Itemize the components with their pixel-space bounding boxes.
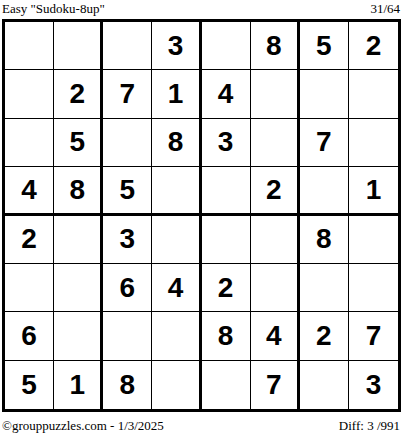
puzzle-page: Easy "Sudoku-8up" 31/64 3852271458374852… <box>0 0 403 437</box>
cell-r4c1-given-4: 4 <box>5 167 54 215</box>
cell-r3c1-empty <box>5 119 54 167</box>
cell-r5c4-empty <box>152 216 201 264</box>
cell-r7c8-given-7: 7 <box>349 312 398 360</box>
cell-r4c6-given-2: 2 <box>251 167 300 215</box>
cell-r3c2-given-5: 5 <box>54 119 103 167</box>
cell-r7c6-given-4: 4 <box>251 312 300 360</box>
cell-r4c7-empty <box>300 167 349 215</box>
cell-r3c4-given-8: 8 <box>152 119 201 167</box>
cell-r7c4-empty <box>152 312 201 360</box>
cell-r4c5-empty <box>202 167 251 215</box>
cell-r8c3-given-8: 8 <box>103 361 152 409</box>
cell-r2c1-empty <box>5 70 54 118</box>
cell-r8c8-given-3: 3 <box>349 361 398 409</box>
difficulty-text: Diff: 3 /991 <box>339 418 400 434</box>
cell-r7c5-given-8: 8 <box>202 312 251 360</box>
cell-r6c4-given-4: 4 <box>152 264 201 312</box>
cell-r3c8-empty <box>349 119 398 167</box>
cell-r3c3-empty <box>103 119 152 167</box>
cell-r6c5-given-2: 2 <box>202 264 251 312</box>
cell-r8c5-empty <box>202 361 251 409</box>
cell-r5c1-given-2: 2 <box>5 216 54 264</box>
cell-r2c2-given-2: 2 <box>54 70 103 118</box>
cell-r6c3-given-6: 6 <box>103 264 152 312</box>
cell-r8c6-given-7: 7 <box>251 361 300 409</box>
cell-r1c6-given-8: 8 <box>251 22 300 70</box>
cell-r7c7-given-2: 2 <box>300 312 349 360</box>
cell-r1c4-given-3: 3 <box>152 22 201 70</box>
puzzle-title: Easy "Sudoku-8up" <box>2 1 105 17</box>
cell-r3c6-empty <box>251 119 300 167</box>
cell-r1c8-given-2: 2 <box>349 22 398 70</box>
cell-r3c5-given-3: 3 <box>202 119 251 167</box>
cell-r6c2-empty <box>54 264 103 312</box>
cell-r1c1-empty <box>5 22 54 70</box>
sudoku-board: 385227145837485212386426842751873 <box>2 19 401 412</box>
cell-r6c7-empty <box>300 264 349 312</box>
cell-r8c7-empty <box>300 361 349 409</box>
page-header: Easy "Sudoku-8up" 31/64 <box>2 1 400 17</box>
cell-r5c5-empty <box>202 216 251 264</box>
cell-r1c7-given-5: 5 <box>300 22 349 70</box>
cell-r6c6-empty <box>251 264 300 312</box>
cell-r4c4-empty <box>152 167 201 215</box>
page-number: 31/64 <box>370 1 400 17</box>
cell-r1c2-empty <box>54 22 103 70</box>
cell-r5c7-given-8: 8 <box>300 216 349 264</box>
cell-r2c4-given-1: 1 <box>152 70 201 118</box>
cell-r7c3-empty <box>103 312 152 360</box>
cell-r8c4-empty <box>152 361 201 409</box>
cell-r5c6-empty <box>251 216 300 264</box>
cell-r6c8-empty <box>349 264 398 312</box>
cell-r2c3-given-7: 7 <box>103 70 152 118</box>
cell-r7c2-empty <box>54 312 103 360</box>
cell-r5c8-empty <box>349 216 398 264</box>
cell-r2c6-empty <box>251 70 300 118</box>
cell-r3c7-given-7: 7 <box>300 119 349 167</box>
cell-r1c3-empty <box>103 22 152 70</box>
cell-r8c1-given-5: 5 <box>5 361 54 409</box>
cell-r5c3-given-3: 3 <box>103 216 152 264</box>
cell-r4c8-given-1: 1 <box>349 167 398 215</box>
cell-r8c2-given-1: 1 <box>54 361 103 409</box>
cell-r4c2-given-8: 8 <box>54 167 103 215</box>
cell-r1c5-empty <box>202 22 251 70</box>
cell-r2c5-given-4: 4 <box>202 70 251 118</box>
cell-r6c1-empty <box>5 264 54 312</box>
cell-r2c8-empty <box>349 70 398 118</box>
cell-r2c7-empty <box>300 70 349 118</box>
copyright-text: ©grouppuzzles.com - 1/3/2025 <box>2 418 164 434</box>
cell-r5c2-empty <box>54 216 103 264</box>
cell-r4c3-given-5: 5 <box>103 167 152 215</box>
page-footer: ©grouppuzzles.com - 1/3/2025 Diff: 3 /99… <box>2 418 400 434</box>
cell-r7c1-given-6: 6 <box>5 312 54 360</box>
